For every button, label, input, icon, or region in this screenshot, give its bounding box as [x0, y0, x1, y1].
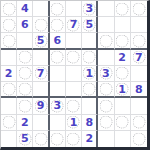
- cell-r8c8[interactable]: [115, 115, 131, 131]
- cell-r4c6[interactable]: [82, 50, 98, 66]
- cell-r8c3[interactable]: [33, 115, 49, 131]
- cell-r8c6[interactable]: 8: [82, 115, 98, 131]
- odd-circle-icon: [83, 83, 96, 96]
- cell-r8c7[interactable]: [98, 115, 114, 131]
- odd-circle-icon: [132, 2, 145, 15]
- cell-r9c7[interactable]: [98, 131, 114, 147]
- given-digit: 5: [85, 19, 93, 30]
- odd-circle-icon: [2, 2, 15, 15]
- odd-circle-icon: [116, 34, 129, 47]
- cell-r6c3[interactable]: [33, 82, 49, 98]
- odd-circle-icon: [132, 34, 145, 47]
- cell-r7c9[interactable]: [131, 98, 147, 114]
- given-digit: 3: [85, 3, 93, 14]
- cell-r1c9[interactable]: [131, 1, 147, 17]
- odd-circle-icon: [51, 51, 64, 64]
- cell-r3c6[interactable]: [82, 33, 98, 49]
- cell-r9c4[interactable]: [50, 131, 66, 147]
- given-digit: 8: [135, 84, 143, 95]
- given-digit: 7: [70, 19, 78, 30]
- cell-r9c9[interactable]: [131, 131, 147, 147]
- cell-r4c8[interactable]: 2: [115, 50, 131, 66]
- cell-r3c4[interactable]: 6: [50, 33, 66, 49]
- odd-circle-icon: [116, 67, 129, 80]
- cell-r9c1[interactable]: [1, 131, 17, 147]
- odd-circle-icon: [18, 51, 31, 64]
- cell-r6c8[interactable]: 1: [115, 82, 131, 98]
- cell-r4c4[interactable]: [50, 50, 66, 66]
- cell-r2c7[interactable]: [98, 17, 114, 33]
- given-digit: 5: [37, 35, 45, 46]
- cell-r6c7[interactable]: [98, 82, 114, 98]
- given-digit: 2: [21, 117, 29, 128]
- cell-r5c7[interactable]: 3: [98, 66, 114, 82]
- odd-circle-icon: [51, 2, 64, 15]
- given-digit: 1: [70, 117, 78, 128]
- cell-r7c6[interactable]: [82, 98, 98, 114]
- odd-circle-icon: [83, 51, 96, 64]
- cell-r5c2[interactable]: [17, 66, 33, 82]
- given-digit: 3: [53, 100, 61, 111]
- cell-r9c6[interactable]: 2: [82, 131, 98, 147]
- cell-r9c2[interactable]: 5: [17, 131, 33, 147]
- odd-circle-icon: [99, 99, 112, 112]
- odd-circle-icon: [51, 132, 64, 145]
- cell-r4c9[interactable]: 7: [131, 50, 147, 66]
- cell-r2c6[interactable]: 5: [82, 17, 98, 33]
- given-digit: 5: [21, 133, 29, 144]
- cell-r4c3[interactable]: [33, 50, 49, 66]
- cell-r6c4[interactable]: [50, 82, 66, 98]
- cell-r3c3[interactable]: 5: [33, 33, 49, 49]
- cell-r1c2[interactable]: 4: [17, 1, 33, 17]
- cell-r3c2[interactable]: [17, 33, 33, 49]
- cell-r5c3[interactable]: 7: [33, 66, 49, 82]
- cell-r6c6[interactable]: [82, 82, 98, 98]
- cell-r5c9[interactable]: [131, 66, 147, 82]
- cell-r1c3[interactable]: [33, 1, 49, 17]
- odd-circle-icon: [34, 132, 47, 145]
- cell-r5c5[interactable]: [66, 66, 82, 82]
- cell-r8c1[interactable]: [1, 115, 17, 131]
- given-digit: 6: [21, 19, 29, 30]
- odd-circle-icon: [67, 132, 80, 145]
- cell-r3c1[interactable]: [1, 33, 17, 49]
- cell-r9c8[interactable]: [115, 131, 131, 147]
- odd-circle-icon: [34, 18, 47, 31]
- cell-r8c5[interactable]: 1: [66, 115, 82, 131]
- odd-circle-icon: [132, 132, 145, 145]
- given-digit: 8: [85, 117, 93, 128]
- cell-r3c8[interactable]: [115, 33, 131, 49]
- cell-r7c2[interactable]: [17, 98, 33, 114]
- cell-r8c2[interactable]: 2: [17, 115, 33, 131]
- odd-circle-icon: [67, 51, 80, 64]
- cell-r2c2[interactable]: 6: [17, 17, 33, 33]
- odd-circle-icon: [18, 83, 31, 96]
- cell-r4c5[interactable]: [66, 50, 82, 66]
- cell-r6c1[interactable]: [1, 82, 17, 98]
- odd-circle-icon: [2, 83, 15, 96]
- cell-r1c6[interactable]: 3: [82, 1, 98, 17]
- cell-r2c5[interactable]: 7: [66, 17, 82, 33]
- given-digit: 2: [85, 133, 93, 144]
- given-digit: 4: [21, 3, 29, 14]
- cell-r9c5[interactable]: [66, 131, 82, 147]
- cell-r4c7[interactable]: [98, 50, 114, 66]
- cell-r7c3[interactable]: 9: [33, 98, 49, 114]
- given-digit: 7: [135, 52, 143, 63]
- cell-r7c4[interactable]: 3: [50, 98, 66, 114]
- given-digit: 3: [102, 68, 110, 79]
- odd-circle-icon: [116, 2, 129, 15]
- given-digit: 2: [118, 52, 126, 63]
- given-digit: 9: [37, 100, 45, 111]
- odd-circle-icon: [132, 116, 145, 129]
- cell-r2c3[interactable]: [33, 17, 49, 33]
- odd-circle-icon: [67, 99, 80, 112]
- odd-circle-icon: [99, 83, 112, 96]
- cell-r1c1[interactable]: [1, 1, 17, 17]
- cell-r6c5[interactable]: [66, 82, 82, 98]
- cell-r8c4[interactable]: [50, 115, 66, 131]
- cell-r7c8[interactable]: [115, 98, 131, 114]
- cell-r1c4[interactable]: [50, 1, 66, 17]
- odd-circle-icon: [18, 99, 31, 112]
- given-digit: 6: [53, 35, 61, 46]
- cell-r5c1[interactable]: 2: [1, 66, 17, 82]
- odd-circle-icon: [99, 116, 112, 129]
- cell-r8c9[interactable]: [131, 115, 147, 131]
- given-digit: 7: [37, 68, 45, 79]
- cell-r7c1[interactable]: [1, 98, 17, 114]
- cell-r5c4[interactable]: [50, 66, 66, 82]
- cell-r3c7[interactable]: [98, 33, 114, 49]
- cell-r5c6[interactable]: 1: [82, 66, 98, 82]
- cell-r6c2[interactable]: [17, 82, 33, 98]
- cell-r4c2[interactable]: [17, 50, 33, 66]
- cell-r2c1[interactable]: [1, 17, 17, 33]
- cell-r7c7[interactable]: [98, 98, 114, 114]
- cell-r3c5[interactable]: [66, 33, 82, 49]
- cell-r2c9[interactable]: [131, 17, 147, 33]
- cell-r5c8[interactable]: [115, 66, 131, 82]
- odd-circle-icon: [2, 34, 15, 47]
- odd-circle-icon: [2, 116, 15, 129]
- cell-r1c8[interactable]: [115, 1, 131, 17]
- cell-r2c8[interactable]: [115, 17, 131, 33]
- odd-circle-icon: [99, 34, 112, 47]
- odd-circle-icon: [116, 116, 129, 129]
- cell-r1c5[interactable]: [66, 1, 82, 17]
- odd-circle-icon: [51, 18, 64, 31]
- cell-r4c1[interactable]: [1, 50, 17, 66]
- sudoku-board: 4367556272713189321852: [0, 0, 150, 150]
- odd-circle-icon: [2, 18, 15, 31]
- given-digit: 1: [118, 84, 126, 95]
- cell-r7c5[interactable]: [66, 98, 82, 114]
- odd-circle-icon: [18, 67, 31, 80]
- cell-r2c4[interactable]: [50, 17, 66, 33]
- cell-r1c7[interactable]: [98, 1, 114, 17]
- cell-r6c9[interactable]: 8: [131, 82, 147, 98]
- given-digit: 2: [5, 68, 13, 79]
- cell-r3c9[interactable]: [131, 33, 147, 49]
- cell-r9c3[interactable]: [33, 131, 49, 147]
- given-digit: 1: [85, 68, 93, 79]
